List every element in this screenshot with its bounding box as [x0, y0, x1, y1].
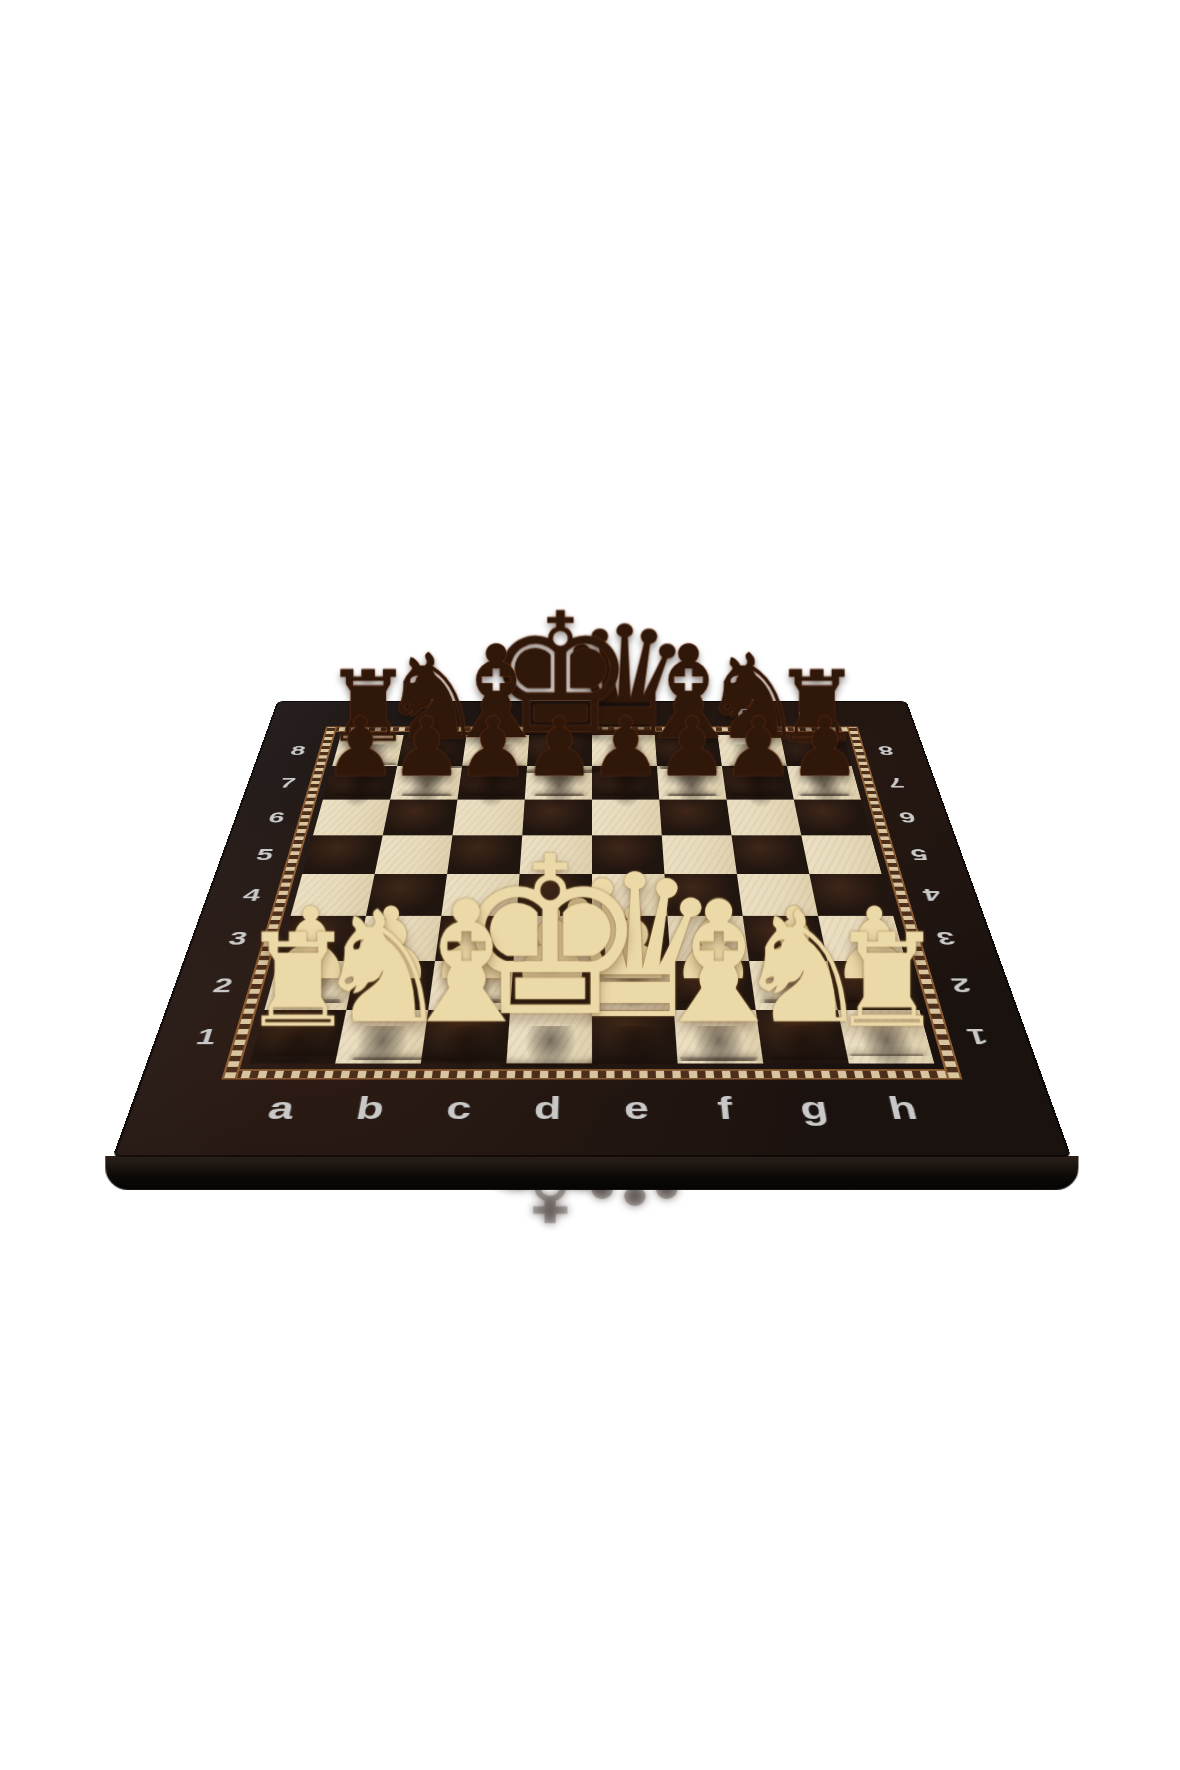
square-c7	[457, 766, 527, 799]
board-front-edge	[105, 1156, 1078, 1190]
square-b7	[390, 766, 462, 799]
square-f8	[655, 735, 722, 766]
square-h7	[787, 766, 861, 799]
square-f6	[659, 800, 731, 836]
chess-board: aabbccddeeffgghh8877665544332211 ♜♜♞♞♝♝♚…	[112, 701, 1071, 1157]
square-a6	[313, 800, 390, 836]
square-g6	[727, 800, 802, 836]
square-e7	[592, 766, 659, 799]
file-label-back-h: h	[796, 708, 819, 725]
inlay-strip	[327, 727, 858, 731]
square-h5	[801, 835, 881, 874]
square-g8	[718, 735, 787, 766]
file-label-back-e: e	[614, 708, 632, 725]
square-g7	[722, 766, 794, 799]
square-h8	[780, 735, 851, 766]
square-d7	[525, 766, 592, 799]
square-d8	[527, 735, 592, 766]
square-a5	[302, 835, 382, 874]
file-label-back-f: f	[678, 708, 690, 725]
square-b6	[383, 800, 458, 836]
file-label-back-c: c	[490, 708, 509, 725]
reflection-glyph: ♜	[783, 1037, 990, 1160]
square-b8	[397, 735, 466, 766]
square-e8	[592, 735, 657, 766]
file-label-back-a: a	[366, 708, 388, 725]
file-label-back-b: b	[427, 708, 449, 725]
file-label-back-d: d	[551, 708, 571, 725]
square-f7	[657, 766, 727, 799]
square-a7	[323, 766, 397, 799]
reflection-glyph: ♜	[194, 1037, 401, 1160]
file-label-back-g: g	[735, 708, 757, 725]
square-c8	[462, 735, 529, 766]
product-photo-background: aabbccddeeffgghh8877665544332211 ♜♜♞♞♝♝♚…	[0, 0, 1180, 1770]
square-a8	[332, 735, 403, 766]
square-h6	[794, 800, 871, 836]
board-scene: aabbccddeeffgghh8877665544332211 ♜♜♞♞♝♝♚…	[212, 502, 972, 1262]
